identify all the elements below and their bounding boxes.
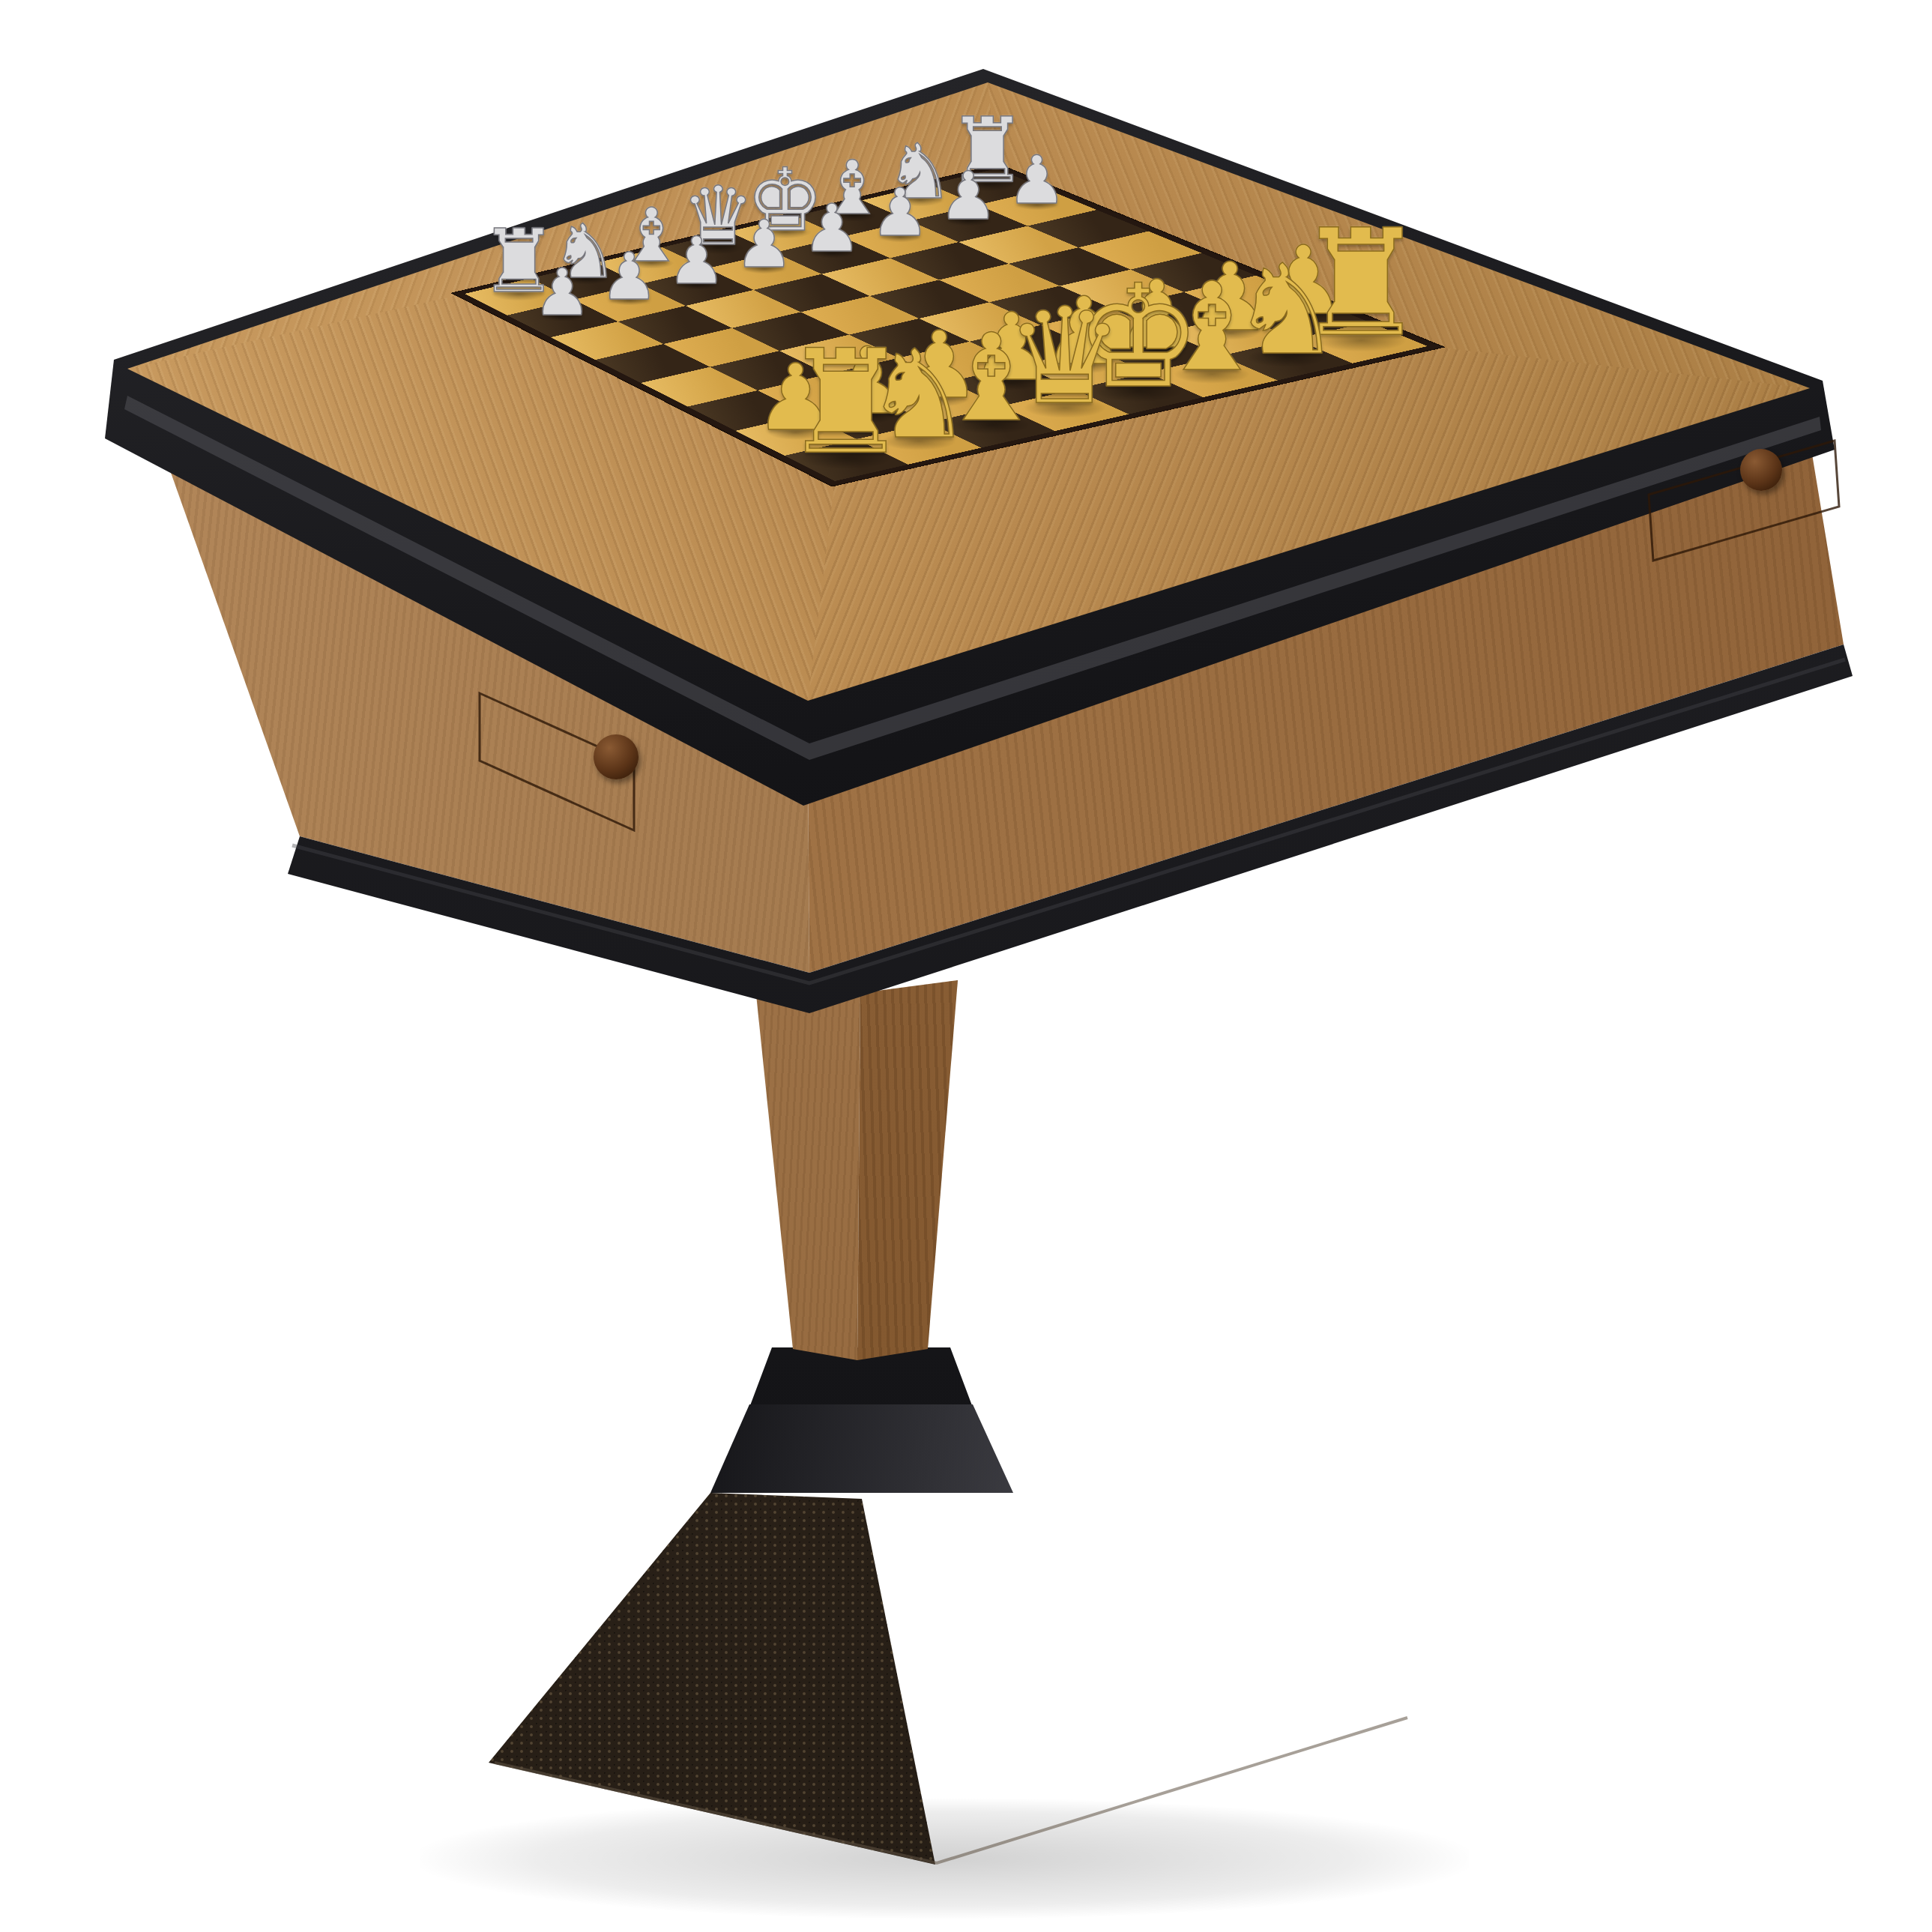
piece-black-pawn-b7[interactable]: ♟ (600, 244, 659, 310)
piece-black-pawn-h7[interactable]: ♟ (1007, 148, 1067, 214)
piece-black-pawn-g7[interactable]: ♟ (938, 164, 997, 230)
piece-black-pawn-c7[interactable]: ♟ (667, 229, 725, 294)
drawer-knob-left[interactable] (594, 734, 639, 779)
drawer-knob-right[interactable] (1740, 449, 1782, 491)
piece-white-rook-a1[interactable]: ♜ (782, 331, 910, 474)
chess-table-scene: ♜♞♟♝♟♚♟♛♟♝♟♞♟♜♟♟♟♟♜♟♞♟♝♟♚♟♛♟♝♟♞♜ (0, 0, 1932, 1932)
piece-black-pawn-f7[interactable]: ♟ (870, 180, 929, 246)
piece-black-pawn-e7[interactable]: ♟ (803, 196, 862, 262)
piece-black-pawn-d7[interactable]: ♟ (734, 212, 793, 277)
piece-black-pawn-a7[interactable]: ♟ (533, 260, 591, 324)
